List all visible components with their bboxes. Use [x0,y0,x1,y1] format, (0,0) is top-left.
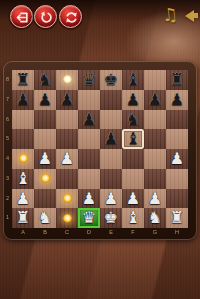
move-hint-dot[interactable] [41,174,50,183]
piece-black-queen[interactable]: ♛ [82,70,96,90]
piece-black-pawn[interactable]: ♟ [148,90,162,110]
square-c5[interactable] [56,129,78,149]
piece-white-pawn[interactable]: ♟ [82,189,96,209]
square-a2[interactable]: ♟ [12,189,34,209]
square-d8[interactable]: ♛ [78,70,100,90]
square-a4[interactable] [12,149,34,169]
piece-white-pawn[interactable]: ♟ [38,149,52,169]
piece-white-knight[interactable]: ♞ [38,208,52,228]
square-e5[interactable]: ♟ [100,129,122,149]
square-h7[interactable]: ♟ [166,90,188,110]
rank-label-1: 1 [4,208,11,228]
piece-black-pawn[interactable]: ♟ [16,90,30,110]
file-label-g: G [144,229,166,237]
square-h6[interactable] [166,110,188,130]
piece-white-pawn[interactable]: ♟ [60,149,74,169]
square-c3[interactable] [56,169,78,189]
piece-black-pawn[interactable]: ♟ [104,129,118,149]
square-b6[interactable] [34,110,56,130]
square-d2[interactable]: ♟ [78,189,100,209]
move-hint-dot[interactable] [19,154,28,163]
square-e1[interactable]: ♚ [100,208,122,228]
square-h1[interactable]: ♜ [166,208,188,228]
square-b1[interactable]: ♞ [34,208,56,228]
square-f8[interactable]: ♝ [122,70,144,90]
square-h2[interactable] [166,189,188,209]
square-c6[interactable] [56,110,78,130]
piece-white-rook[interactable]: ♜ [16,208,30,228]
square-c1[interactable] [56,208,78,228]
square-c7[interactable]: ♟ [56,90,78,110]
file-label-a: A [12,229,34,237]
square-f4[interactable] [122,149,144,169]
square-d1[interactable]: ♛ [78,208,100,228]
piece-white-bishop[interactable]: ♝ [16,169,30,189]
piece-black-pawn[interactable]: ♟ [38,90,52,110]
square-h5[interactable] [166,129,188,149]
square-d4[interactable] [78,149,100,169]
piece-black-pawn[interactable]: ♟ [82,110,96,130]
undo-arrow-icon [39,10,54,25]
square-b3[interactable] [34,169,56,189]
piece-black-pawn[interactable]: ♟ [126,90,140,110]
move-origin-dot [63,75,72,84]
piece-black-rook[interactable]: ♜ [170,70,184,90]
move-hint-dot[interactable] [63,214,72,223]
square-h8[interactable]: ♜ [166,70,188,90]
square-b5[interactable] [34,129,56,149]
music-note-icon[interactable]: ♫ [158,1,183,29]
square-e4[interactable] [100,149,122,169]
square-e2[interactable]: ♟ [100,189,122,209]
square-a6[interactable] [12,110,34,130]
piece-white-bishop[interactable]: ♝ [126,208,140,228]
piece-white-pawn[interactable]: ♟ [148,189,162,209]
square-g3[interactable] [144,169,166,189]
square-f3[interactable] [122,169,144,189]
square-c4[interactable]: ♟ [56,149,78,169]
square-g1[interactable]: ♞ [144,208,166,228]
square-a7[interactable]: ♟ [12,90,34,110]
rank-label-5: 5 [4,129,11,149]
chess-app-screen: ♫ ♜♞♛♚♝♜♟♟♟♟♟♟♟♞♟♝♟♟♟♝♟♟♟♟♟♜♞♛♚♝♞♜ 87654… [0,0,200,299]
square-h3[interactable] [166,169,188,189]
speaker-icon[interactable] [185,9,198,22]
redo-circular-arrows-icon [64,10,79,25]
square-g8[interactable] [144,70,166,90]
square-f7[interactable]: ♟ [122,90,144,110]
chess-board: ♜♞♛♚♝♜♟♟♟♟♟♟♟♞♟♝♟♟♟♝♟♟♟♟♟♜♞♛♚♝♞♜ [12,70,188,228]
square-g4[interactable] [144,149,166,169]
piece-black-king[interactable]: ♚ [104,70,118,90]
square-a8[interactable]: ♜ [12,70,34,90]
square-f5[interactable]: ♝ [122,129,144,149]
square-g7[interactable]: ♟ [144,90,166,110]
square-b7[interactable]: ♟ [34,90,56,110]
square-b4[interactable]: ♟ [34,149,56,169]
rank-label-8: 8 [4,70,11,90]
piece-black-knight[interactable]: ♞ [38,70,52,90]
square-a5[interactable] [12,129,34,149]
square-d7[interactable] [78,90,100,110]
piece-white-pawn[interactable]: ♟ [16,189,30,209]
piece-white-pawn[interactable]: ♟ [126,189,140,209]
rank-label-6: 6 [4,110,11,130]
file-label-f: F [122,229,144,237]
piece-white-queen[interactable]: ♛ [82,208,96,228]
square-g2[interactable]: ♟ [144,189,166,209]
square-c2[interactable] [56,189,78,209]
piece-black-rook[interactable]: ♜ [16,70,30,90]
file-label-e: E [100,229,122,237]
square-e8[interactable]: ♚ [100,70,122,90]
square-g6[interactable] [144,110,166,130]
square-b8[interactable]: ♞ [34,70,56,90]
file-label-d: D [78,229,100,237]
square-d6[interactable]: ♟ [78,110,100,130]
piece-white-pawn[interactable]: ♟ [104,189,118,209]
square-a3[interactable]: ♝ [12,169,34,189]
piece-black-knight[interactable]: ♞ [126,110,140,130]
file-label-h: H [166,229,188,237]
square-a1[interactable]: ♜ [12,208,34,228]
square-e6[interactable] [100,110,122,130]
piece-black-bishop[interactable]: ♝ [126,70,140,90]
piece-white-rook[interactable]: ♜ [170,208,184,228]
speaker-box [194,13,199,18]
square-d5[interactable] [78,129,100,149]
square-f6[interactable]: ♞ [122,110,144,130]
square-c8[interactable] [56,70,78,90]
exit-arrow-icon [15,10,30,25]
square-f2[interactable]: ♟ [122,189,144,209]
rank-label-3: 3 [4,169,11,189]
rank-label-2: 2 [4,189,11,209]
piece-black-pawn[interactable]: ♟ [170,90,184,110]
piece-black-pawn[interactable]: ♟ [60,90,74,110]
redo-button[interactable] [59,5,82,28]
exit-button[interactable] [10,5,33,28]
rank-label-4: 4 [4,149,11,169]
file-label-c: C [56,229,78,237]
file-label-b: B [34,229,56,237]
piece-black-bishop[interactable]: ♝ [126,129,140,149]
square-b2[interactable] [34,189,56,209]
square-f1[interactable]: ♝ [122,208,144,228]
square-g5[interactable] [144,129,166,149]
undo-button[interactable] [34,5,57,28]
square-h4[interactable]: ♟ [166,149,188,169]
square-d3[interactable] [78,169,100,189]
square-e7[interactable] [100,90,122,110]
piece-white-knight[interactable]: ♞ [148,208,162,228]
square-e3[interactable] [100,169,122,189]
piece-white-king[interactable]: ♚ [104,208,118,228]
move-hint-dot[interactable] [63,194,72,203]
rank-label-7: 7 [4,90,11,110]
piece-white-pawn[interactable]: ♟ [170,149,184,169]
